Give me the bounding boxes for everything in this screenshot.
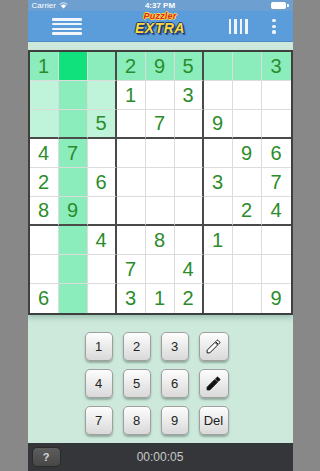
cell-r1c2[interactable] xyxy=(59,52,88,81)
cell-r6c5[interactable] xyxy=(146,197,175,226)
cell-r4c8[interactable]: 9 xyxy=(233,139,262,168)
cell-r1c8[interactable] xyxy=(233,52,262,81)
cell-r4c6[interactable] xyxy=(175,139,204,168)
cell-r5c6[interactable] xyxy=(175,168,204,197)
header: Puzzler EXTRA xyxy=(28,11,293,42)
battery-icon xyxy=(271,2,289,9)
digit-4-button[interactable]: 4 xyxy=(85,369,113,398)
pencil-outline-icon[interactable] xyxy=(199,332,229,361)
logo-text-extra: EXTRA xyxy=(28,21,293,35)
cell-r1c1[interactable]: 1 xyxy=(30,52,59,81)
cell-r9c4[interactable]: 3 xyxy=(117,284,146,313)
cell-r9c6[interactable]: 2 xyxy=(175,284,204,313)
app-logo: Puzzler EXTRA xyxy=(28,12,293,35)
cell-r3c1[interactable] xyxy=(30,110,59,139)
digit-6-button[interactable]: 6 xyxy=(161,369,189,398)
cell-r5c1[interactable]: 2 xyxy=(30,168,59,197)
cell-r6c9[interactable]: 4 xyxy=(262,197,291,226)
cell-r3c3[interactable]: 5 xyxy=(88,110,117,139)
digit-9-button[interactable]: 9 xyxy=(161,406,189,435)
cell-r2c4[interactable]: 1 xyxy=(117,81,146,110)
overflow-menu-icon[interactable] xyxy=(272,19,275,34)
cell-r2c6[interactable]: 3 xyxy=(175,81,204,110)
cell-r2c7[interactable] xyxy=(204,81,233,110)
cell-r5c2[interactable] xyxy=(59,168,88,197)
cell-r7c7[interactable]: 1 xyxy=(204,226,233,255)
status-right xyxy=(271,2,289,9)
cell-r4c9[interactable]: 6 xyxy=(262,139,291,168)
cell-r2c8[interactable] xyxy=(233,81,262,110)
cell-r6c7[interactable] xyxy=(204,197,233,226)
cell-r1c6[interactable]: 5 xyxy=(175,52,204,81)
cell-r6c3[interactable] xyxy=(88,197,117,226)
cell-r6c4[interactable] xyxy=(117,197,146,226)
cell-r8c3[interactable] xyxy=(88,255,117,284)
clock-label: 4:37 PM xyxy=(28,1,293,10)
cell-r8c4[interactable]: 7 xyxy=(117,255,146,284)
cell-r7c5[interactable]: 8 xyxy=(146,226,175,255)
cell-r7c6[interactable] xyxy=(175,226,204,255)
cell-r3c6[interactable] xyxy=(175,110,204,139)
sudoku-grid: 12953135794796263789244817463129 xyxy=(28,50,293,315)
cell-r8c5[interactable] xyxy=(146,255,175,284)
cell-r6c6[interactable] xyxy=(175,197,204,226)
cell-r4c1[interactable]: 4 xyxy=(30,139,59,168)
cell-r1c5[interactable]: 9 xyxy=(146,52,175,81)
cell-r8c8[interactable] xyxy=(233,255,262,284)
cell-r3c8[interactable] xyxy=(233,110,262,139)
cell-r9c5[interactable]: 1 xyxy=(146,284,175,313)
cell-r8c7[interactable] xyxy=(204,255,233,284)
cell-r9c7[interactable] xyxy=(204,284,233,313)
cell-r2c1[interactable] xyxy=(30,81,59,110)
cell-r5c8[interactable] xyxy=(233,168,262,197)
cell-r6c2[interactable]: 9 xyxy=(59,197,88,226)
cell-r5c3[interactable]: 6 xyxy=(88,168,117,197)
timer-label: 00:00:05 xyxy=(28,450,293,464)
cell-r1c3[interactable] xyxy=(88,52,117,81)
cell-r7c8[interactable] xyxy=(233,226,262,255)
cell-r4c7[interactable] xyxy=(204,139,233,168)
cell-r1c4[interactable]: 2 xyxy=(117,52,146,81)
digit-3-button[interactable]: 3 xyxy=(161,332,189,361)
cell-r1c9[interactable]: 3 xyxy=(262,52,291,81)
cell-r8c6[interactable]: 4 xyxy=(175,255,204,284)
cell-r6c1[interactable]: 8 xyxy=(30,197,59,226)
cell-r4c4[interactable] xyxy=(117,139,146,168)
digit-7-button[interactable]: 7 xyxy=(85,406,113,435)
sudoku-app: Carrier 4:37 PM Puzzler EXTRA 12953 xyxy=(28,0,293,471)
delete-button[interactable]: Del xyxy=(199,406,229,435)
cell-r9c9[interactable]: 9 xyxy=(262,284,291,313)
status-bar: Carrier 4:37 PM xyxy=(28,0,293,11)
digit-5-button[interactable]: 5 xyxy=(123,369,151,398)
cell-r4c2[interactable]: 7 xyxy=(59,139,88,168)
cell-r5c5[interactable] xyxy=(146,168,175,197)
cell-r8c9[interactable] xyxy=(262,255,291,284)
cell-r8c2[interactable] xyxy=(59,255,88,284)
board-area: 12953135794796263789244817463129 1234567… xyxy=(28,42,293,443)
cell-r3c4[interactable] xyxy=(117,110,146,139)
cell-r9c2[interactable] xyxy=(59,284,88,313)
cell-r3c9[interactable] xyxy=(262,110,291,139)
digit-2-button[interactable]: 2 xyxy=(123,332,151,361)
cell-r2c2[interactable] xyxy=(59,81,88,110)
pause-bars-icon[interactable] xyxy=(229,19,248,34)
cell-r3c7[interactable]: 9 xyxy=(204,110,233,139)
cell-r7c3[interactable]: 4 xyxy=(88,226,117,255)
cell-r8c1[interactable] xyxy=(30,255,59,284)
cell-r7c2[interactable] xyxy=(59,226,88,255)
cell-r9c1[interactable]: 6 xyxy=(30,284,59,313)
cell-r7c4[interactable] xyxy=(117,226,146,255)
cell-r2c3[interactable] xyxy=(88,81,117,110)
pencil-solid-icon[interactable] xyxy=(199,369,229,398)
cell-r7c9[interactable] xyxy=(262,226,291,255)
cell-r5c9[interactable]: 7 xyxy=(262,168,291,197)
cell-r5c7[interactable]: 3 xyxy=(204,168,233,197)
bottom-bar: ? 00:00:05 xyxy=(28,443,293,471)
cell-r2c9[interactable] xyxy=(262,81,291,110)
cell-r2c5[interactable] xyxy=(146,81,175,110)
keypad: 123456789Del xyxy=(85,332,229,435)
cell-r3c5[interactable]: 7 xyxy=(146,110,175,139)
cell-r4c3[interactable] xyxy=(88,139,117,168)
cell-r7c1[interactable] xyxy=(30,226,59,255)
cell-r5c4[interactable] xyxy=(117,168,146,197)
digit-8-button[interactable]: 8 xyxy=(123,406,151,435)
digit-1-button[interactable]: 1 xyxy=(85,332,113,361)
cell-r9c8[interactable] xyxy=(233,284,262,313)
cell-r9c3[interactable] xyxy=(88,284,117,313)
cell-r1c7[interactable] xyxy=(204,52,233,81)
cell-r3c2[interactable] xyxy=(59,110,88,139)
cell-r6c8[interactable]: 2 xyxy=(233,197,262,226)
cell-r4c5[interactable] xyxy=(146,139,175,168)
